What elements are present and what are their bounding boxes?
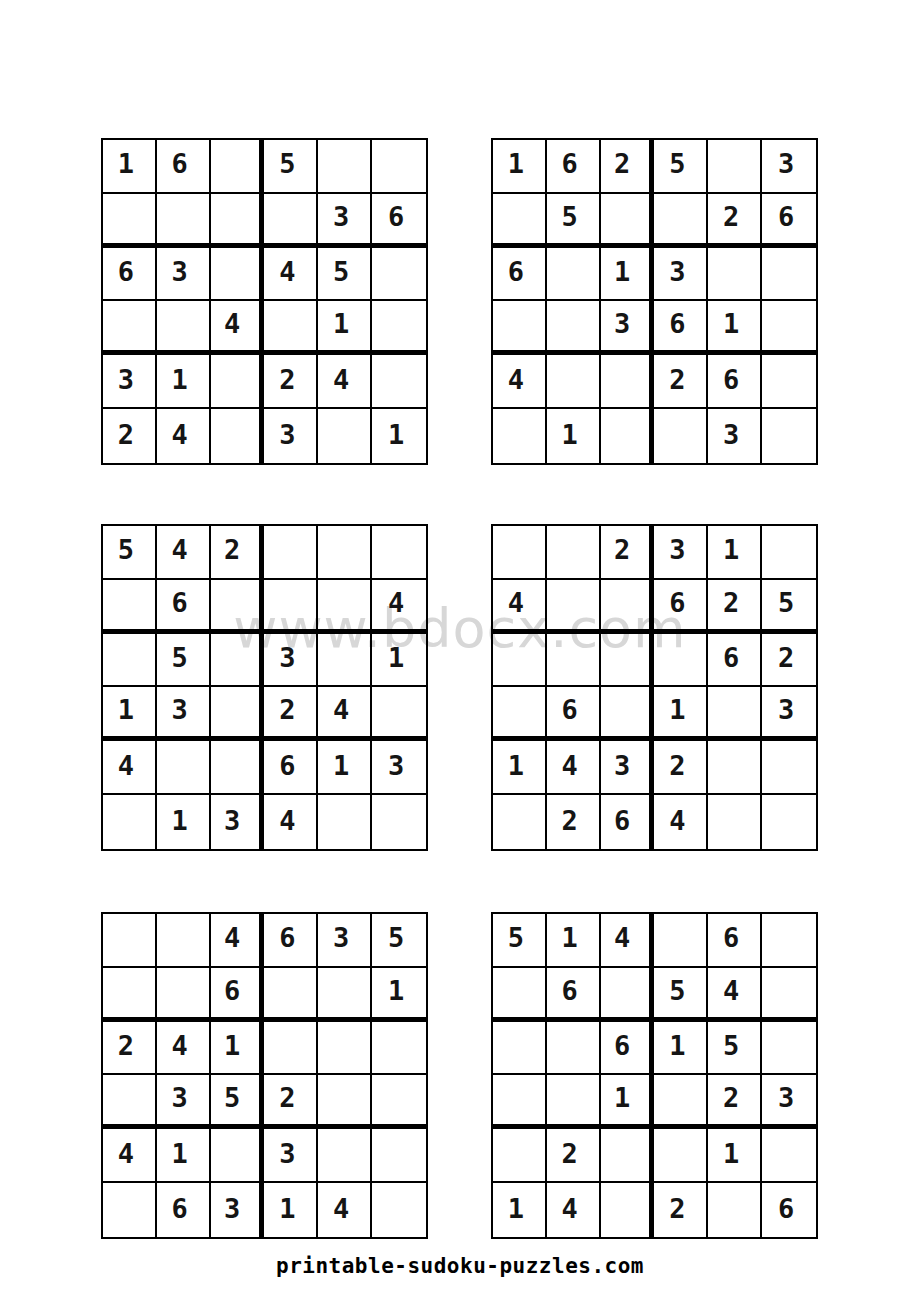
puzzle5-cell-r3c3: 1: [211, 1022, 265, 1076]
given-digit: 4: [333, 696, 349, 723]
sudoku-board-4: 2314625626131432264: [491, 524, 818, 851]
given-digit: 2: [562, 807, 578, 834]
puzzle1-cell-r3c1: 6: [103, 248, 157, 302]
puzzle1-cell-r2c4: [264, 194, 318, 248]
given-digit: 1: [723, 536, 739, 563]
puzzle5-cell-r4c1: [103, 1075, 157, 1129]
printable-sudoku-sheet: www.bdocx.com 1653663454131242431 162535…: [0, 0, 920, 1302]
puzzle2-cell-r3c5: [708, 248, 762, 302]
puzzle2-cell-r6c1: [493, 409, 547, 463]
puzzle3-cell-r3c3: [211, 634, 265, 688]
given-digit: 6: [388, 203, 404, 230]
puzzle3-cell-r6c3: 3: [211, 795, 265, 849]
puzzle3-cell-r5c2: [157, 741, 211, 795]
given-digit: 3: [778, 150, 794, 177]
puzzle2-cell-r2c5: 2: [708, 194, 762, 248]
puzzle6-cell-r5c4: [654, 1129, 708, 1183]
puzzle5-cell-r5c3: [211, 1129, 265, 1183]
puzzle1-cell-r2c2: [157, 194, 211, 248]
puzzle1-cell-r3c6: [372, 248, 426, 302]
puzzle1-cell-r5c2: 1: [157, 355, 211, 409]
given-digit: 4: [388, 589, 404, 616]
given-digit: 2: [118, 421, 134, 448]
puzzle3-cell-r1c6: [372, 526, 426, 580]
puzzle1-cell-r2c1: [103, 194, 157, 248]
puzzle4-cell-r6c2: 2: [547, 795, 601, 849]
puzzle5-cell-r4c3: 5: [211, 1075, 265, 1129]
given-digit: 1: [723, 1140, 739, 1167]
puzzle6-cell-r3c3: 6: [601, 1022, 655, 1076]
puzzle4-cell-r1c6: [762, 526, 816, 580]
sudoku-board-3: 5426453113244613134: [101, 524, 428, 851]
given-digit: 1: [669, 1032, 685, 1059]
puzzle4-cell-r1c2: [547, 526, 601, 580]
puzzle6-cell-r6c5: [708, 1183, 762, 1237]
given-digit: 4: [118, 752, 134, 779]
given-digit: 4: [508, 589, 524, 616]
puzzle1-cell-r5c3: [211, 355, 265, 409]
puzzle4-cell-r2c5: 2: [708, 580, 762, 634]
puzzle1-cell-r6c5: [318, 409, 372, 463]
given-digit: 2: [562, 1140, 578, 1167]
puzzle2-cell-r6c5: 3: [708, 409, 762, 463]
puzzle2-cell-r2c6: 6: [762, 194, 816, 248]
puzzle6-cell-r5c2: 2: [547, 1129, 601, 1183]
given-digit: 1: [508, 752, 524, 779]
puzzle6-cell-r3c5: 5: [708, 1022, 762, 1076]
puzzle5-cell-r3c5: [318, 1022, 372, 1076]
puzzle3-cell-r6c1: [103, 795, 157, 849]
given-digit: 4: [333, 366, 349, 393]
given-digit: 6: [669, 310, 685, 337]
puzzle2-cell-r1c3: 2: [601, 140, 655, 194]
puzzle5-cell-r5c1: 4: [103, 1129, 157, 1183]
puzzle1-cell-r6c2: 4: [157, 409, 211, 463]
puzzle1-cell-r6c3: [211, 409, 265, 463]
puzzle5-cell-r6c2: 6: [157, 1183, 211, 1237]
puzzle6-cell-r2c5: 4: [708, 968, 762, 1022]
puzzle5-cell-r1c6: 5: [372, 914, 426, 968]
sudoku-board-1: 1653663454131242431: [101, 138, 428, 465]
puzzle4-cell-r4c4: 1: [654, 687, 708, 741]
given-digit: 2: [723, 203, 739, 230]
puzzle3-cell-r2c1: [103, 580, 157, 634]
given-digit: 3: [279, 1140, 295, 1167]
puzzle6-cell-r1c6: [762, 914, 816, 968]
puzzle1-cell-r4c4: [264, 301, 318, 355]
puzzle4-cell-r1c4: 3: [654, 526, 708, 580]
given-digit: 6: [562, 696, 578, 723]
given-digit: 2: [778, 644, 794, 671]
given-digit: 2: [614, 536, 630, 563]
puzzle2-cell-r2c2: 5: [547, 194, 601, 248]
puzzle1-cell-r3c2: 3: [157, 248, 211, 302]
puzzle1-cell-r4c6: [372, 301, 426, 355]
given-digit: 2: [669, 752, 685, 779]
given-digit: 6: [723, 366, 739, 393]
given-digit: 1: [333, 310, 349, 337]
puzzle6-cell-r2c1: [493, 968, 547, 1022]
puzzle3-cell-r6c6: [372, 795, 426, 849]
given-digit: 3: [778, 1084, 794, 1111]
given-digit: 6: [118, 258, 134, 285]
footer-domain: printable-sudoku-puzzles.com: [0, 1254, 920, 1278]
puzzle5-cell-r6c1: [103, 1183, 157, 1237]
puzzle5-cell-r1c1: [103, 914, 157, 968]
puzzle4-cell-r1c5: 1: [708, 526, 762, 580]
given-digit: 4: [614, 924, 630, 951]
given-digit: 3: [224, 807, 240, 834]
puzzle4-cell-r1c3: 2: [601, 526, 655, 580]
puzzle5-cell-r1c2: [157, 914, 211, 968]
puzzle5-cell-r3c1: 2: [103, 1022, 157, 1076]
given-digit: 3: [614, 752, 630, 779]
puzzle1-cell-r2c5: 3: [318, 194, 372, 248]
given-digit: 1: [333, 752, 349, 779]
puzzle2-cell-r4c4: 6: [654, 301, 708, 355]
given-digit: 2: [279, 1084, 295, 1111]
puzzle2-cell-r5c6: [762, 355, 816, 409]
puzzle3-cell-r3c1: [103, 634, 157, 688]
puzzle2-cell-r2c1: [493, 194, 547, 248]
given-digit: 3: [172, 258, 188, 285]
puzzle6-cell-r1c1: 5: [493, 914, 547, 968]
given-digit: 3: [778, 696, 794, 723]
given-digit: 1: [279, 1195, 295, 1222]
puzzle6-cell-r4c3: 1: [601, 1075, 655, 1129]
puzzle6-cell-r4c1: [493, 1075, 547, 1129]
puzzle4-cell-r6c5: [708, 795, 762, 849]
puzzle4-cell-r4c2: 6: [547, 687, 601, 741]
given-digit: 6: [279, 924, 295, 951]
given-digit: 1: [388, 977, 404, 1004]
puzzle6-cell-r1c3: 4: [601, 914, 655, 968]
puzzle1-cell-r3c5: 5: [318, 248, 372, 302]
puzzle2-cell-r6c3: [601, 409, 655, 463]
puzzle6-cell-r3c6: [762, 1022, 816, 1076]
given-digit: 5: [508, 924, 524, 951]
puzzle1-cell-r6c4: 3: [264, 409, 318, 463]
given-digit: 4: [224, 924, 240, 951]
puzzle2-cell-r3c2: [547, 248, 601, 302]
puzzle4-cell-r6c4: 4: [654, 795, 708, 849]
puzzle1-cell-r5c4: 2: [264, 355, 318, 409]
puzzle4-cell-r4c3: [601, 687, 655, 741]
given-digit: 4: [723, 977, 739, 1004]
puzzle1-cell-r4c3: 4: [211, 301, 265, 355]
puzzle6-cell-r5c1: [493, 1129, 547, 1183]
given-digit: 1: [562, 924, 578, 951]
puzzle4-cell-r3c5: 6: [708, 634, 762, 688]
given-digit: 4: [669, 807, 685, 834]
puzzle2-cell-r4c3: 3: [601, 301, 655, 355]
puzzle2-cell-r6c4: [654, 409, 708, 463]
puzzle5-cell-r2c6: 1: [372, 968, 426, 1022]
puzzle2-cell-r6c2: 1: [547, 409, 601, 463]
puzzle1-cell-r4c1: [103, 301, 157, 355]
puzzle3-cell-r3c6: 1: [372, 634, 426, 688]
given-digit: 6: [224, 977, 240, 1004]
puzzle3-cell-r1c1: 5: [103, 526, 157, 580]
given-digit: 1: [118, 150, 134, 177]
given-digit: 4: [562, 752, 578, 779]
given-digit: 3: [333, 203, 349, 230]
given-digit: 2: [669, 366, 685, 393]
given-digit: 3: [118, 366, 134, 393]
puzzle3-cell-r5c1: 4: [103, 741, 157, 795]
given-digit: 4: [172, 1032, 188, 1059]
puzzle2-cell-r5c3: [601, 355, 655, 409]
given-digit: 1: [508, 1195, 524, 1222]
puzzle2-cell-r6c6: [762, 409, 816, 463]
puzzle2-cell-r4c2: [547, 301, 601, 355]
given-digit: 5: [388, 924, 404, 951]
puzzle4-cell-r6c6: [762, 795, 816, 849]
puzzle1-cell-r4c5: 1: [318, 301, 372, 355]
given-digit: 3: [224, 1195, 240, 1222]
sudoku-board-2: 1625352661336142613: [491, 138, 818, 465]
puzzle2-cell-r4c6: [762, 301, 816, 355]
given-digit: 6: [778, 203, 794, 230]
given-digit: 2: [614, 150, 630, 177]
given-digit: 3: [669, 536, 685, 563]
puzzle4-cell-r2c6: 5: [762, 580, 816, 634]
puzzle4-cell-r5c5: [708, 741, 762, 795]
given-digit: 1: [172, 1140, 188, 1167]
given-digit: 4: [562, 1195, 578, 1222]
given-digit: 1: [388, 644, 404, 671]
given-digit: 6: [614, 807, 630, 834]
given-digit: 6: [723, 924, 739, 951]
puzzle3-cell-r1c5: [318, 526, 372, 580]
puzzle5-cell-r4c5: [318, 1075, 372, 1129]
puzzle1-cell-r6c1: 2: [103, 409, 157, 463]
given-digit: 6: [778, 1195, 794, 1222]
puzzle3-cell-r2c5: [318, 580, 372, 634]
given-digit: 1: [388, 421, 404, 448]
puzzle4-cell-r5c6: [762, 741, 816, 795]
puzzle5-cell-r4c4: 2: [264, 1075, 318, 1129]
puzzle6-cell-r1c4: [654, 914, 708, 968]
puzzle4-cell-r4c1: [493, 687, 547, 741]
puzzle4-cell-r4c5: [708, 687, 762, 741]
puzzle6-cell-r4c2: [547, 1075, 601, 1129]
puzzle3-cell-r4c1: 1: [103, 687, 157, 741]
puzzle6-cell-r5c5: 1: [708, 1129, 762, 1183]
given-digit: 1: [172, 366, 188, 393]
puzzle3-cell-r5c5: 1: [318, 741, 372, 795]
given-digit: 3: [723, 421, 739, 448]
given-digit: 1: [669, 696, 685, 723]
puzzle5-cell-r1c5: 3: [318, 914, 372, 968]
puzzle5-cell-r5c2: 1: [157, 1129, 211, 1183]
puzzle2-cell-r4c5: 1: [708, 301, 762, 355]
puzzle1-cell-r3c4: 4: [264, 248, 318, 302]
sudoku-board-5: 4635612413524136314: [101, 912, 428, 1239]
puzzle1-cell-r2c6: 6: [372, 194, 426, 248]
given-digit: 6: [669, 589, 685, 616]
puzzle6-cell-r6c2: 4: [547, 1183, 601, 1237]
puzzle6-cell-r2c4: 5: [654, 968, 708, 1022]
puzzle3-cell-r1c2: 4: [157, 526, 211, 580]
puzzle5-cell-r2c4: [264, 968, 318, 1022]
given-digit: 1: [614, 1084, 630, 1111]
puzzle2-cell-r2c4: [654, 194, 708, 248]
given-digit: 3: [669, 258, 685, 285]
puzzle5-cell-r6c4: 1: [264, 1183, 318, 1237]
given-digit: 2: [723, 589, 739, 616]
given-digit: 2: [669, 1195, 685, 1222]
puzzle5-cell-r1c3: 4: [211, 914, 265, 968]
given-digit: 2: [723, 1084, 739, 1111]
puzzle3-cell-r3c2: 5: [157, 634, 211, 688]
puzzle2-cell-r5c4: 2: [654, 355, 708, 409]
given-digit: 5: [778, 589, 794, 616]
given-digit: 4: [118, 1140, 134, 1167]
puzzle3-cell-r4c3: [211, 687, 265, 741]
puzzle6-cell-r6c1: 1: [493, 1183, 547, 1237]
given-digit: 3: [279, 644, 295, 671]
given-digit: 4: [172, 421, 188, 448]
puzzle2-cell-r3c4: 3: [654, 248, 708, 302]
puzzle4-cell-r3c1: [493, 634, 547, 688]
puzzle6-cell-r6c3: [601, 1183, 655, 1237]
puzzle6-cell-r6c6: 6: [762, 1183, 816, 1237]
puzzle1-cell-r1c2: 6: [157, 140, 211, 194]
puzzle3-cell-r4c5: 4: [318, 687, 372, 741]
given-digit: 5: [723, 1032, 739, 1059]
given-digit: 2: [118, 1032, 134, 1059]
given-digit: 5: [224, 1084, 240, 1111]
puzzle3-cell-r2c6: 4: [372, 580, 426, 634]
given-digit: 5: [333, 258, 349, 285]
given-digit: 2: [224, 536, 240, 563]
puzzle3-cell-r3c4: 3: [264, 634, 318, 688]
given-digit: 5: [669, 150, 685, 177]
given-digit: 1: [723, 310, 739, 337]
given-digit: 4: [224, 310, 240, 337]
puzzle1-cell-r1c3: [211, 140, 265, 194]
given-digit: 6: [508, 258, 524, 285]
puzzle1-cell-r2c3: [211, 194, 265, 248]
puzzle5-cell-r2c5: [318, 968, 372, 1022]
puzzle2-cell-r5c2: [547, 355, 601, 409]
puzzle3-cell-r4c4: 2: [264, 687, 318, 741]
puzzle5-cell-r5c6: [372, 1129, 426, 1183]
puzzle1-cell-r1c1: 1: [103, 140, 157, 194]
given-digit: 5: [562, 203, 578, 230]
puzzle2-cell-r3c1: 6: [493, 248, 547, 302]
given-digit: 3: [279, 421, 295, 448]
puzzle2-cell-r3c3: 1: [601, 248, 655, 302]
puzzle2-cell-r1c2: 6: [547, 140, 601, 194]
puzzle6-cell-r1c5: 6: [708, 914, 762, 968]
puzzle4-cell-r4c6: 3: [762, 687, 816, 741]
puzzle4-cell-r5c4: 2: [654, 741, 708, 795]
puzzle5-cell-r6c3: 3: [211, 1183, 265, 1237]
puzzle3-cell-r4c2: 3: [157, 687, 211, 741]
puzzle6-cell-r1c2: 1: [547, 914, 601, 968]
given-digit: 5: [669, 977, 685, 1004]
given-digit: 1: [118, 696, 134, 723]
given-digit: 5: [279, 150, 295, 177]
puzzle2-cell-r5c1: 4: [493, 355, 547, 409]
puzzle1-cell-r5c1: 3: [103, 355, 157, 409]
puzzle4-cell-r5c3: 3: [601, 741, 655, 795]
puzzle6-cell-r4c4: [654, 1075, 708, 1129]
puzzle5-cell-r5c4: 3: [264, 1129, 318, 1183]
given-digit: 4: [333, 1195, 349, 1222]
given-digit: 5: [172, 644, 188, 671]
puzzle4-cell-r5c2: 4: [547, 741, 601, 795]
puzzle4-cell-r3c2: [547, 634, 601, 688]
puzzle5-cell-r2c2: [157, 968, 211, 1022]
puzzle4-cell-r3c6: 2: [762, 634, 816, 688]
puzzle4-cell-r2c2: [547, 580, 601, 634]
puzzle1-cell-r1c5: [318, 140, 372, 194]
puzzle3-cell-r5c3: [211, 741, 265, 795]
puzzle3-cell-r3c5: [318, 634, 372, 688]
given-digit: 3: [614, 310, 630, 337]
puzzle6-cell-r5c3: [601, 1129, 655, 1183]
given-digit: 4: [172, 536, 188, 563]
given-digit: 1: [614, 258, 630, 285]
given-digit: 4: [279, 258, 295, 285]
puzzle5-cell-r6c6: [372, 1183, 426, 1237]
sudoku-board-6: 5146654615123211426: [491, 912, 818, 1239]
puzzle5-cell-r4c2: 3: [157, 1075, 211, 1129]
puzzle4-cell-r5c1: 1: [493, 741, 547, 795]
puzzle2-cell-r4c1: [493, 301, 547, 355]
given-digit: 1: [562, 421, 578, 448]
puzzle3-cell-r2c2: 6: [157, 580, 211, 634]
puzzle6-cell-r2c2: 6: [547, 968, 601, 1022]
given-digit: 1: [172, 807, 188, 834]
given-digit: 1: [224, 1032, 240, 1059]
puzzle2-cell-r1c6: 3: [762, 140, 816, 194]
given-digit: 6: [614, 1032, 630, 1059]
puzzle4-cell-r2c4: 6: [654, 580, 708, 634]
given-digit: 1: [508, 150, 524, 177]
puzzle1-cell-r5c6: [372, 355, 426, 409]
given-digit: 3: [388, 752, 404, 779]
puzzle2-cell-r1c1: 1: [493, 140, 547, 194]
given-digit: 6: [172, 150, 188, 177]
puzzle2-cell-r3c6: [762, 248, 816, 302]
puzzle2-cell-r1c5: [708, 140, 762, 194]
puzzle2-cell-r1c4: 5: [654, 140, 708, 194]
puzzle6-cell-r3c4: 1: [654, 1022, 708, 1076]
puzzle6-cell-r2c3: [601, 968, 655, 1022]
puzzle4-cell-r6c3: 6: [601, 795, 655, 849]
puzzle5-cell-r1c4: 6: [264, 914, 318, 968]
puzzle6-cell-r4c5: 2: [708, 1075, 762, 1129]
puzzle4-cell-r2c1: 4: [493, 580, 547, 634]
given-digit: 4: [279, 807, 295, 834]
given-digit: 6: [562, 977, 578, 1004]
puzzle4-cell-r1c1: [493, 526, 547, 580]
puzzle3-cell-r5c4: 6: [264, 741, 318, 795]
given-digit: 3: [333, 924, 349, 951]
given-digit: 6: [562, 150, 578, 177]
puzzle1-cell-r5c5: 4: [318, 355, 372, 409]
puzzle6-cell-r5c6: [762, 1129, 816, 1183]
puzzle5-cell-r3c6: [372, 1022, 426, 1076]
given-digit: 6: [723, 644, 739, 671]
puzzle3-cell-r1c4: [264, 526, 318, 580]
puzzle6-cell-r6c4: 2: [654, 1183, 708, 1237]
given-digit: 5: [118, 536, 134, 563]
